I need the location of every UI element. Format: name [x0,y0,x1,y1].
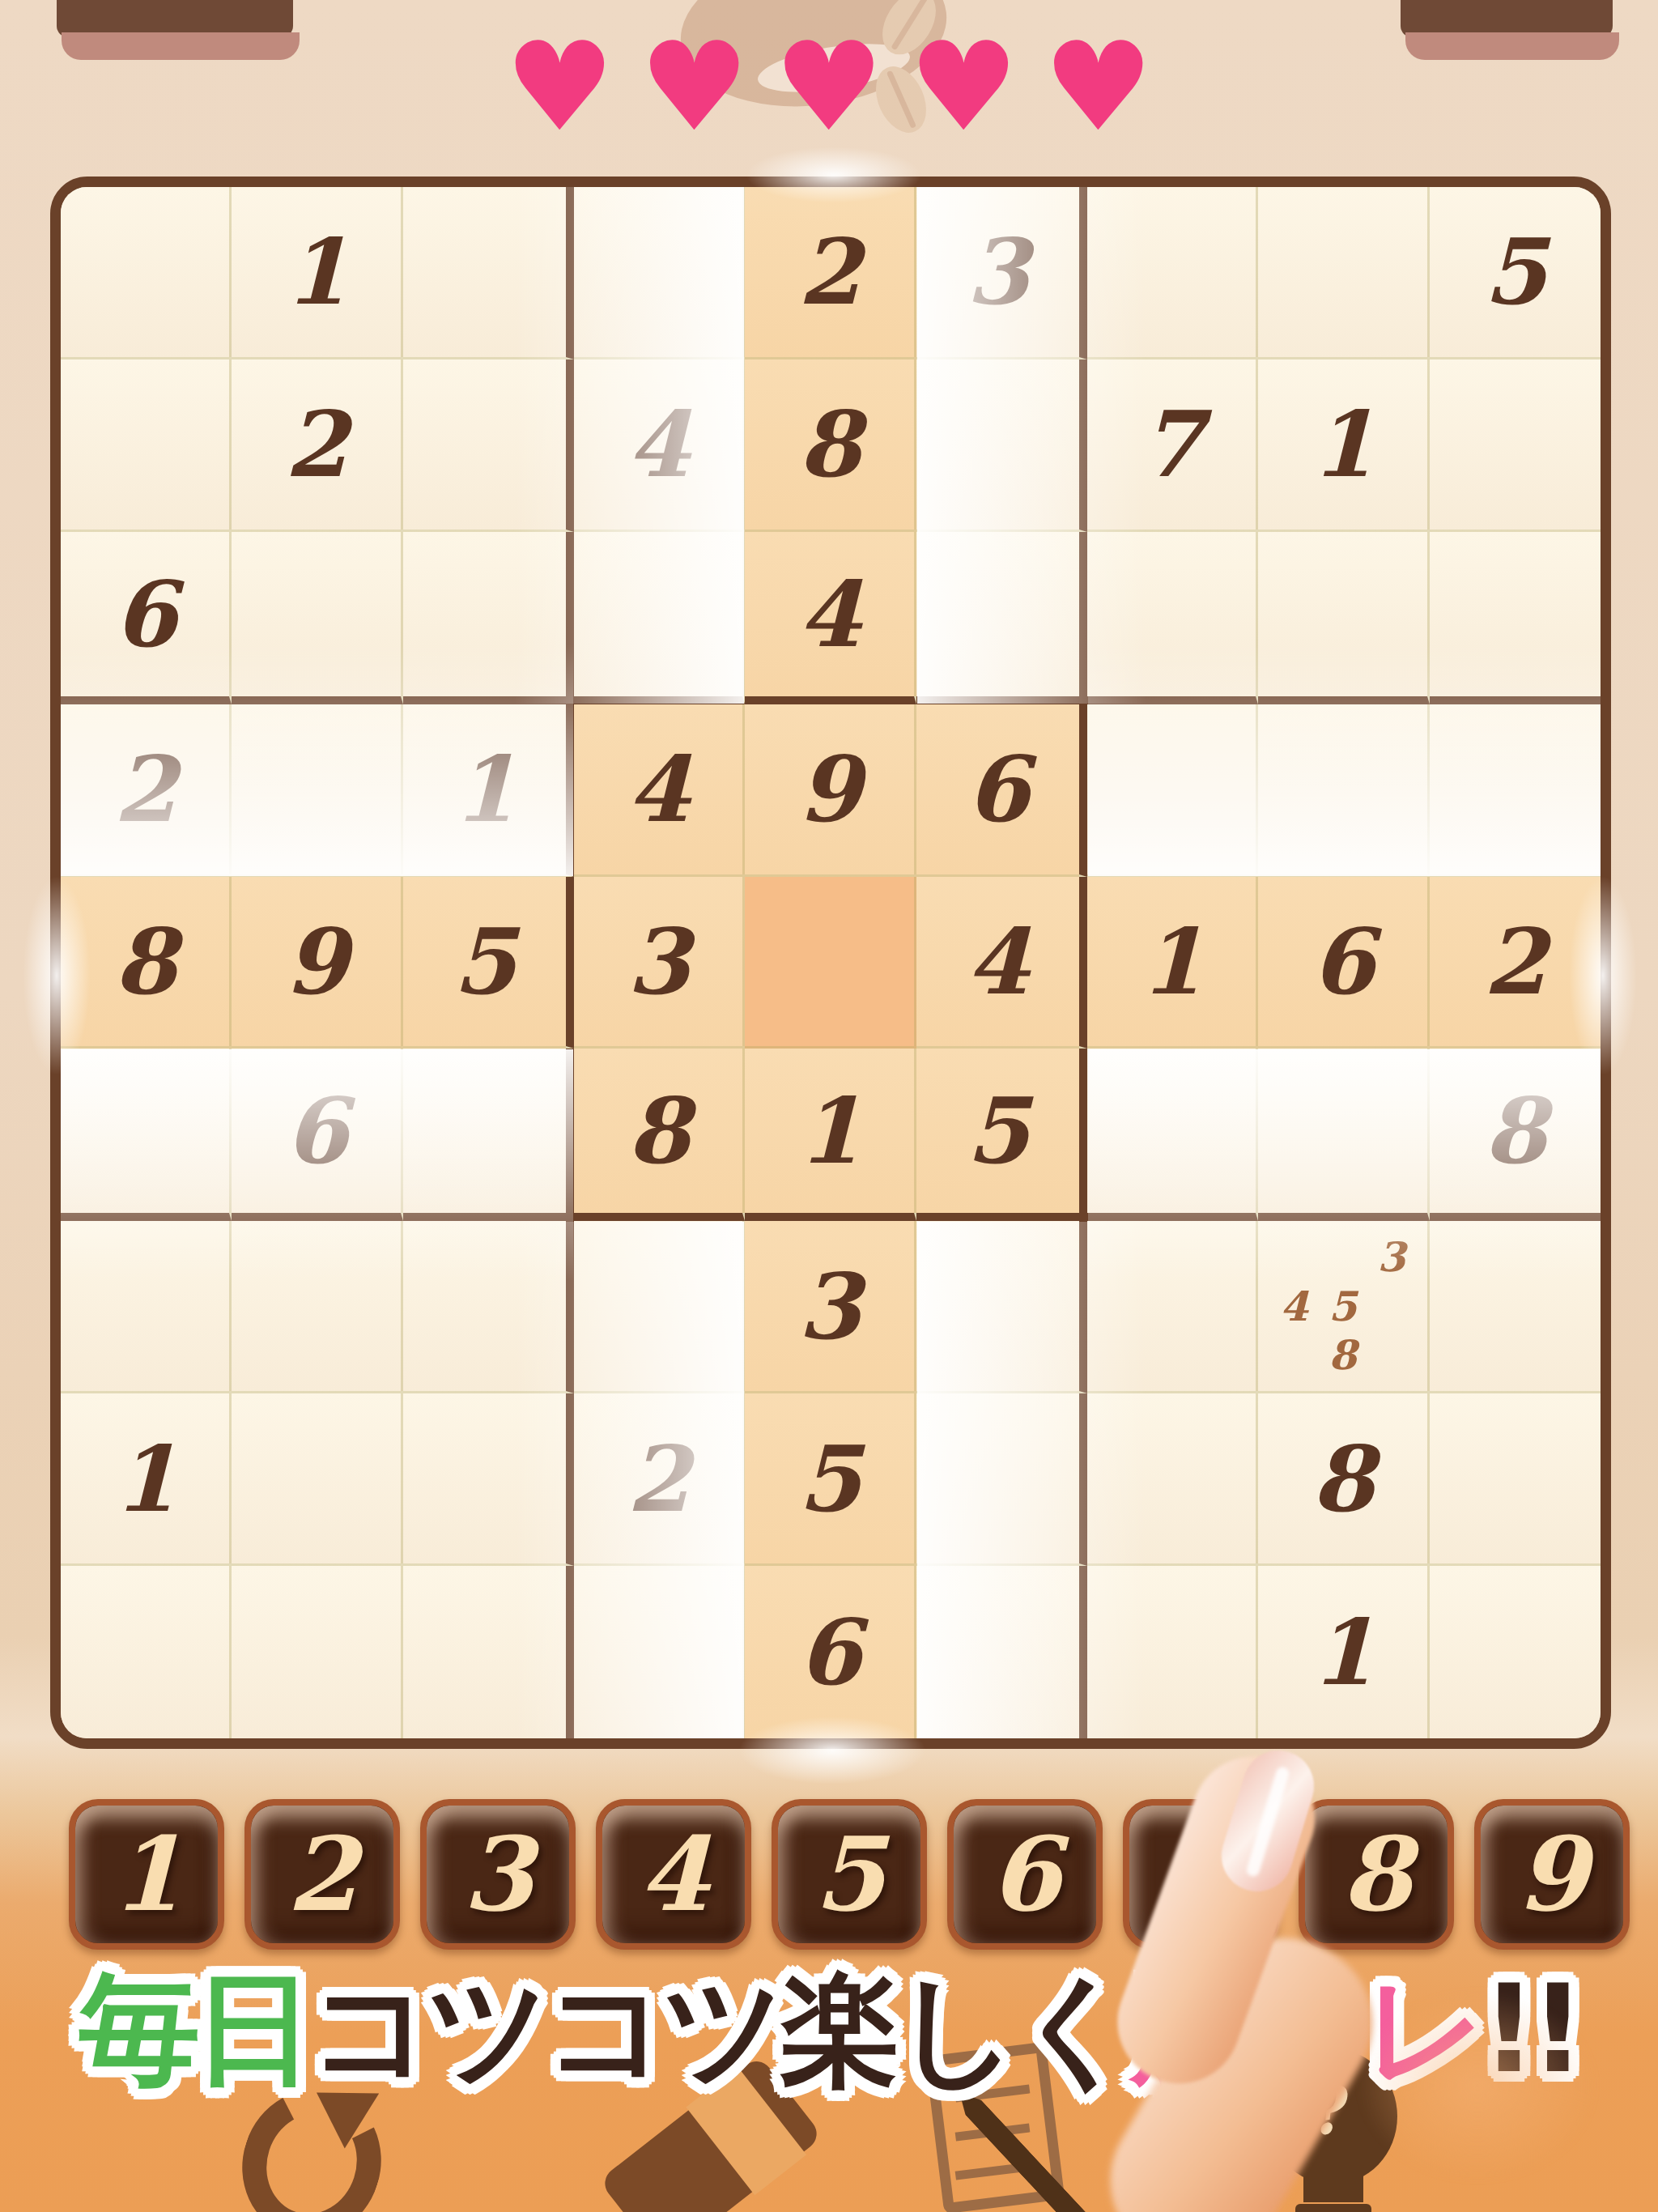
cell-r3c7[interactable] [1087,532,1258,704]
digit: 2 [627,1426,690,1532]
cell-r7c5[interactable]: 3 [745,1221,916,1393]
numpad-7[interactable]: 7 [1123,1799,1278,1950]
digit: 9 [798,736,861,842]
bulb-base [1295,2204,1371,2212]
cell-r2c9[interactable] [1430,359,1601,532]
digit: 8 [1312,1426,1375,1532]
digit: 6 [285,1078,348,1184]
app-screen: ♥♥♥♥♥ 1235248716421496895341626815833458… [0,0,1658,2212]
numpad-9[interactable]: 9 [1474,1799,1630,1950]
digit: 4 [627,391,690,497]
cell-r8c5[interactable]: 5 [745,1393,916,1566]
digit: 4 [627,736,690,842]
cell-r6c4[interactable]: 8 [574,1049,745,1221]
sudoku-grid: 1235248716421496895341626815833458125861 [61,187,1601,1738]
cell-r3c9[interactable] [1430,532,1601,704]
cell-r3c4[interactable] [574,532,745,704]
cell-r4c1[interactable]: 2 [61,704,232,877]
cell-r7c2[interactable] [232,1221,402,1393]
digit: 5 [798,1426,861,1532]
cell-r1c6[interactable]: 3 [916,187,1087,359]
numpad-label: 1 [111,1814,182,1934]
cell-r4c5[interactable]: 9 [745,704,916,877]
cell-r9c6[interactable] [916,1566,1087,1738]
cell-r4c6[interactable]: 6 [916,704,1087,877]
tagline-segment: !! [1482,1959,1579,2099]
cell-r3c2[interactable] [232,532,402,704]
numpad-1[interactable]: 1 [69,1799,224,1950]
cell-r1c1[interactable] [61,187,232,359]
digit: 9 [285,908,348,1015]
numpad-label: 9 [1516,1814,1588,1934]
bulb-neck [1303,2170,1363,2202]
cell-r8c8[interactable]: 8 [1258,1393,1429,1566]
numpad-label: 4 [638,1814,709,1934]
digit: 6 [1312,908,1375,1015]
note-digit: 8 [1318,1331,1367,1380]
cell-r2c5[interactable]: 8 [745,359,916,532]
cell-r3c6[interactable] [916,532,1087,704]
cell-r1c7[interactable] [1087,187,1258,359]
digit: 2 [798,219,861,325]
digit: 5 [1483,219,1546,325]
digit: 1 [1312,1599,1375,1705]
cell-r7c9[interactable] [1430,1221,1601,1393]
cell-r7c1[interactable] [61,1221,232,1393]
digit: 1 [453,736,516,842]
digit: 3 [798,1253,861,1359]
digit: 8 [627,1078,690,1184]
cell-r8c4[interactable]: 2 [574,1393,745,1566]
sudoku-board: 1235248716421496895341626815833458125861 [50,177,1611,1749]
cell-r3c5[interactable]: 4 [745,532,916,704]
cell-r8c1[interactable]: 1 [61,1393,232,1566]
cell-r4c7[interactable] [1087,704,1258,877]
cell-r7c6[interactable] [916,1221,1087,1393]
cell-r1c8[interactable] [1258,187,1429,359]
cell-r2c8[interactable]: 1 [1258,359,1429,532]
digit: 7 [1140,391,1203,497]
cell-r6c9[interactable]: 8 [1430,1049,1601,1221]
cell-r9c4[interactable] [574,1566,745,1738]
cell-r2c4[interactable]: 4 [574,359,745,532]
cell-r4c2[interactable] [232,704,402,877]
cell-r2c1[interactable] [61,359,232,532]
note-digit: 5 [1318,1282,1367,1331]
digit: 8 [1483,1078,1546,1184]
cell-r2c2[interactable]: 2 [232,359,402,532]
digit: 4 [798,561,861,667]
numpad-5[interactable]: 5 [772,1799,927,1950]
digit: 6 [113,561,176,667]
numpad-2[interactable]: 2 [244,1799,400,1950]
cell-r1c9[interactable]: 5 [1430,187,1601,359]
cell-r5c1[interactable]: 8 [61,877,232,1049]
cell-r4c3[interactable]: 1 [403,704,574,877]
cell-r6c2[interactable]: 6 [232,1049,402,1221]
cell-r4c9[interactable] [1430,704,1601,877]
numpad-label: 6 [989,1814,1061,1934]
digit: 1 [1140,908,1203,1015]
cell-r5c3[interactable]: 5 [403,877,574,1049]
number-pad: 123456789 [69,1799,1630,1950]
cell-r5c4[interactable]: 3 [574,877,745,1049]
digit: 2 [285,391,348,497]
numpad-8[interactable]: 8 [1299,1799,1454,1950]
numpad-label: 7 [1165,1814,1236,1934]
digit: 1 [798,1078,861,1184]
cell-r5c8[interactable]: 6 [1258,877,1429,1049]
cell-r7c8[interactable]: 3458 [1258,1221,1429,1393]
digit: 6 [966,736,1029,842]
digit: 2 [113,736,176,842]
cell-r6c1[interactable] [61,1049,232,1221]
cell-r1c5[interactable]: 2 [745,187,916,359]
cell-r5c7[interactable]: 1 [1087,877,1258,1049]
cell-r9c8[interactable]: 1 [1258,1566,1429,1738]
cell-r8c7[interactable] [1087,1393,1258,1566]
cell-r5c2[interactable]: 9 [232,877,402,1049]
cell-r6c8[interactable] [1258,1049,1429,1221]
cell-r8c6[interactable] [916,1393,1087,1566]
cell-r4c4[interactable]: 4 [574,704,745,877]
cell-r5c5[interactable] [745,877,916,1049]
cell-r5c9[interactable]: 2 [1430,877,1601,1049]
numpad-6[interactable]: 6 [947,1799,1103,1950]
pencil-notes: 3458 [1269,1232,1415,1380]
digit: 8 [113,908,176,1015]
cell-r7c7[interactable] [1087,1221,1258,1393]
digit: 3 [627,908,690,1015]
cell-r9c5[interactable]: 6 [745,1566,916,1738]
cell-r6c5[interactable]: 1 [745,1049,916,1221]
cell-r3c8[interactable] [1258,532,1429,704]
numpad-4[interactable]: 4 [596,1799,751,1950]
numpad-3[interactable]: 3 [420,1799,576,1950]
cell-r9c7[interactable] [1087,1566,1258,1738]
cell-r1c3[interactable] [403,187,574,359]
lives-hearts: ♥♥♥♥♥ [0,23,1658,152]
tagline-segment: 脳トレ [1131,1959,1482,2099]
note-digit: 3 [1367,1232,1416,1282]
tagline: 毎日コツコツ楽しく脳トレ!! [0,1950,1658,2113]
tagline-segment: コツコツ楽しく [309,1959,1131,2099]
cell-r1c2[interactable]: 1 [232,187,402,359]
digit: 6 [798,1599,861,1705]
cell-r8c2[interactable] [232,1393,402,1566]
cell-r9c2[interactable] [232,1566,402,1738]
digit: 8 [798,391,861,497]
cell-r6c3[interactable] [403,1049,574,1221]
digit: 1 [1312,391,1375,497]
digit: 3 [966,219,1029,325]
cell-r2c3[interactable] [403,359,574,532]
cell-r9c9[interactable] [1430,1566,1601,1738]
cell-r9c1[interactable] [61,1566,232,1738]
numpad-label: 8 [1341,1814,1412,1934]
digit: 1 [285,219,348,325]
cell-r7c3[interactable] [403,1221,574,1393]
digit: 2 [1483,908,1546,1015]
cell-r8c3[interactable] [403,1393,574,1566]
cell-r2c6[interactable] [916,359,1087,532]
digit: 1 [113,1426,176,1532]
numpad-label: 3 [462,1814,534,1934]
numpad-label: 5 [814,1814,885,1934]
digit: 5 [453,908,516,1015]
note-digit: 4 [1269,1282,1318,1331]
digit: 4 [966,908,1029,1015]
cell-r2c7[interactable]: 7 [1087,359,1258,532]
cell-r6c6[interactable]: 5 [916,1049,1087,1221]
digit: 5 [966,1078,1029,1184]
cell-r5c6[interactable]: 4 [916,877,1087,1049]
cell-r3c1[interactable]: 6 [61,532,232,704]
numpad-label: 2 [287,1814,358,1934]
cell-r8c9[interactable] [1430,1393,1601,1566]
cell-r6c7[interactable] [1087,1049,1258,1221]
cell-r3c3[interactable] [403,532,574,704]
cell-r4c8[interactable] [1258,704,1429,877]
cell-r1c4[interactable] [574,187,745,359]
cell-r9c3[interactable] [403,1566,574,1738]
tagline-segment: 毎日 [79,1959,309,2099]
cell-r7c4[interactable] [574,1221,745,1393]
